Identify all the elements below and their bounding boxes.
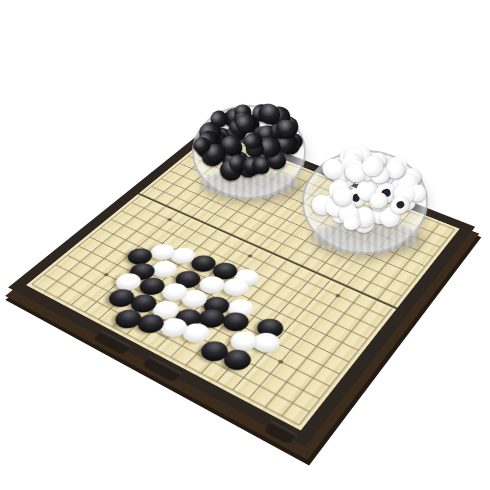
white-stone-pile xyxy=(306,143,424,238)
star-point xyxy=(247,254,253,258)
black-stone-pile xyxy=(195,98,302,184)
white-stone-bowl xyxy=(302,150,428,254)
product-photo-scene xyxy=(0,0,490,490)
star-point xyxy=(277,359,284,364)
star-point xyxy=(335,293,341,297)
stone-magnet-dot xyxy=(395,200,405,210)
black-stone-bowl xyxy=(192,105,306,199)
